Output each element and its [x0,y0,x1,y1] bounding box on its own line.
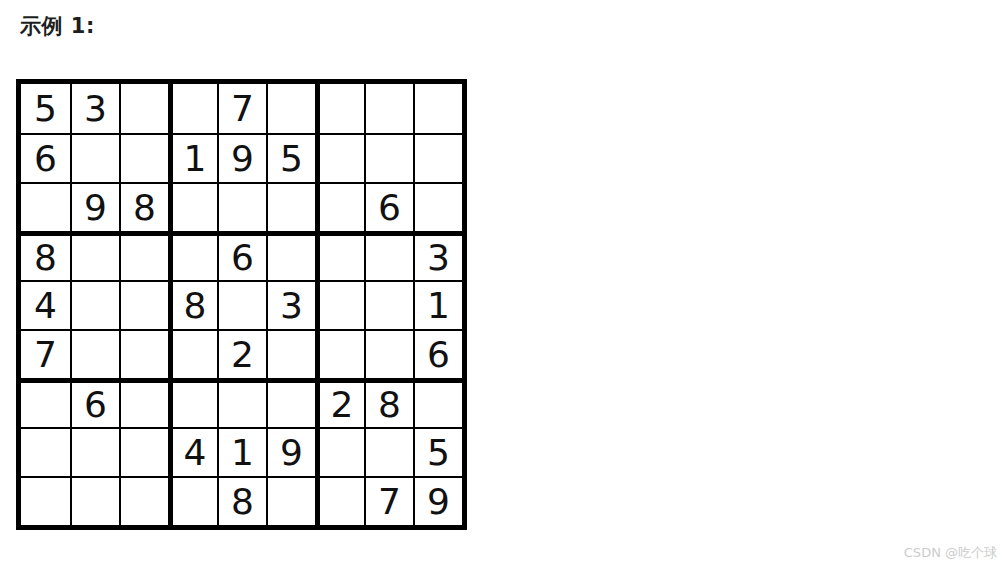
sudoku-cell-r3c8: 6 [364,182,413,231]
sudoku-cell-r3c7 [315,182,364,231]
sudoku-cell-r8c1 [21,427,70,476]
sudoku-cell-r2c7 [315,133,364,182]
sudoku-cell-r7c9 [413,378,462,427]
sudoku-cell-r1c1: 5 [21,84,70,133]
sudoku-cell-r8c2 [70,427,119,476]
sudoku-cell-r3c5 [217,182,266,231]
sudoku-cell-r2c2 [70,133,119,182]
sudoku-cell-r9c2 [70,476,119,525]
sudoku-cell-r6c7 [315,329,364,378]
sudoku-cell-r8c4: 4 [168,427,217,476]
sudoku-cell-r6c6 [266,329,315,378]
sudoku-cell-r5c9: 1 [413,280,462,329]
sudoku-cell-r5c5 [217,280,266,329]
sudoku-cell-r2c5: 9 [217,133,266,182]
sudoku-cell-r7c4 [168,378,217,427]
sudoku-cell-r4c4 [168,231,217,280]
sudoku-cell-r7c5 [217,378,266,427]
sudoku-cell-r6c1: 7 [21,329,70,378]
sudoku-cell-r6c5: 2 [217,329,266,378]
sudoku-cell-r1c4 [168,84,217,133]
sudoku-cell-r3c2: 9 [70,182,119,231]
sudoku-cell-r1c5: 7 [217,84,266,133]
sudoku-cell-r5c8 [364,280,413,329]
sudoku-cell-r6c9: 6 [413,329,462,378]
sudoku-cell-r4c9: 3 [413,231,462,280]
sudoku-cell-r4c1: 8 [21,231,70,280]
sudoku-cell-r9c1 [21,476,70,525]
sudoku-cell-r8c9: 5 [413,427,462,476]
sudoku-cell-r2c9 [413,133,462,182]
sudoku-cell-r4c2 [70,231,119,280]
sudoku-cell-r5c4: 8 [168,280,217,329]
csdn-watermark: CSDN @吃个球 [904,544,997,562]
sudoku-cell-r9c3 [119,476,168,525]
sudoku-cell-r6c4 [168,329,217,378]
sudoku-cell-r7c6 [266,378,315,427]
sudoku-cell-r9c6 [266,476,315,525]
sudoku-cell-r1c3 [119,84,168,133]
sudoku-cell-r5c6: 3 [266,280,315,329]
sudoku-cell-r9c9: 9 [413,476,462,525]
sudoku-cell-r7c3 [119,378,168,427]
sudoku-cell-r8c3 [119,427,168,476]
sudoku-cell-r1c6 [266,84,315,133]
sudoku-cell-r5c3 [119,280,168,329]
example-title: 示例 1: [20,12,95,40]
sudoku-cell-r9c8: 7 [364,476,413,525]
sudoku-cell-r3c4 [168,182,217,231]
sudoku-cell-r4c3 [119,231,168,280]
sudoku-cell-r6c3 [119,329,168,378]
sudoku-cell-r2c6: 5 [266,133,315,182]
sudoku-cell-r8c5: 1 [217,427,266,476]
sudoku-cell-r1c9 [413,84,462,133]
sudoku-cell-r1c8 [364,84,413,133]
sudoku-cell-r8c6: 9 [266,427,315,476]
sudoku-cell-r9c5: 8 [217,476,266,525]
sudoku-cell-r5c1: 4 [21,280,70,329]
sudoku-cell-r1c7 [315,84,364,133]
sudoku-cell-r6c2 [70,329,119,378]
sudoku-cell-r2c8 [364,133,413,182]
sudoku-cell-r4c7 [315,231,364,280]
sudoku-cell-r6c8 [364,329,413,378]
sudoku-cell-r4c8 [364,231,413,280]
sudoku-cell-r7c8: 8 [364,378,413,427]
sudoku-cell-r2c3 [119,133,168,182]
sudoku-cell-r7c1 [21,378,70,427]
sudoku-cell-r2c1: 6 [21,133,70,182]
sudoku-cell-r8c7 [315,427,364,476]
sudoku-cell-r9c7 [315,476,364,525]
sudoku-cell-r5c7 [315,280,364,329]
sudoku-cell-r5c2 [70,280,119,329]
sudoku-cell-r3c1 [21,182,70,231]
sudoku-cell-r3c9 [413,182,462,231]
sudoku-cell-r8c8 [364,427,413,476]
sudoku-board: 537619598686348317266284195879 [16,79,467,530]
sudoku-cell-r7c2: 6 [70,378,119,427]
sudoku-cell-r7c7: 2 [315,378,364,427]
sudoku-cell-r4c6 [266,231,315,280]
sudoku-cell-r2c4: 1 [168,133,217,182]
sudoku-cell-r4c5: 6 [217,231,266,280]
sudoku-cell-r9c4 [168,476,217,525]
sudoku-cell-r1c2: 3 [70,84,119,133]
sudoku-cell-r3c6 [266,182,315,231]
sudoku-cell-r3c3: 8 [119,182,168,231]
